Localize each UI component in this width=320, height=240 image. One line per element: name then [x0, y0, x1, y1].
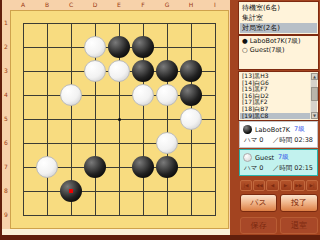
white-stone-F4 — [132, 84, 154, 106]
black-player-clock-panel: LaboBot7K 7級 ハマ 0 ／時間 02:38 — [239, 121, 318, 148]
column-label-C: C — [66, 0, 76, 10]
move-list-scrollbar[interactable]: ▲ ▼ — [310, 73, 317, 119]
white-time: ／時間 02:15 — [273, 163, 313, 174]
black-stone-E2 — [108, 36, 130, 58]
black-stone-icon — [243, 125, 252, 134]
move-item-0[interactable]: [13]黒H3 — [240, 73, 310, 80]
black-stone-G3 — [156, 60, 178, 82]
row-label-9: 9 — [2, 211, 10, 219]
white-stone-D3 — [84, 60, 106, 82]
move-navigation-row: |◀◀◀◀▶▶▶▶| — [240, 180, 318, 191]
black-stone-G7 — [156, 156, 178, 178]
move-item-3[interactable]: [16]白D2 — [240, 93, 310, 100]
player-item-1[interactable]: ○ Guest(7級) — [240, 46, 317, 55]
white-player-rank[interactable]: 7級 — [278, 153, 289, 162]
player-item-0[interactable]: ● LaboBot7K(7級) — [240, 37, 317, 46]
leave-room-button[interactable]: 退室 — [280, 217, 318, 234]
black-player-name: LaboBot7K — [255, 126, 290, 134]
column-label-E: E — [114, 0, 124, 10]
black-time: ／時間 02:38 — [273, 135, 313, 146]
white-stone-C4 — [60, 84, 82, 106]
move-item-5[interactable]: [18]白B7 — [240, 106, 310, 113]
grid-hline-6 — [23, 143, 216, 144]
white-stone-H5 — [180, 108, 202, 130]
scroll-down-icon[interactable]: ▼ — [311, 112, 318, 119]
row-label-4: 4 — [2, 91, 10, 99]
star-point-E5 — [118, 118, 121, 121]
window-bottom-edge — [0, 235, 320, 240]
black-stone-F2 — [132, 36, 154, 58]
grid-vline-G — [167, 23, 168, 216]
last-move-marker — [69, 189, 73, 193]
save-button[interactable]: 保存 — [240, 217, 277, 234]
black-stone-H3 — [180, 60, 202, 82]
white-captures: ハマ 0 — [244, 163, 264, 174]
white-stone-D2 — [84, 36, 106, 58]
white-player-clock-panel: Guest 7級 ハマ 0 ／時間 02:15 — [239, 149, 318, 176]
row-label-7: 7 — [2, 163, 10, 171]
nav-button-3[interactable]: ▶ — [280, 180, 292, 191]
nav-button-0[interactable]: |◀ — [240, 180, 252, 191]
black-stone-C8 — [60, 180, 82, 202]
column-label-F: F — [138, 0, 148, 10]
row-label-5: 5 — [2, 115, 10, 123]
white-stone-G4 — [156, 84, 178, 106]
white-player-name: Guest — [255, 154, 274, 162]
resign-button[interactable]: 投了 — [280, 194, 318, 212]
black-stone-F3 — [132, 60, 154, 82]
scroll-up-icon[interactable]: ▲ — [311, 73, 318, 80]
room-list: 待機室(6名)集計室対局室(2名) — [239, 2, 318, 34]
column-label-H: H — [186, 0, 196, 10]
move-item-2[interactable]: [15]黒F7 — [240, 86, 310, 93]
move-item-1[interactable]: [14]白G6 — [240, 80, 310, 87]
nav-button-1[interactable]: ◀◀ — [253, 180, 265, 191]
row-label-1: 1 — [2, 19, 10, 27]
move-list: ▲ ▼ [13]黒H3[14]白G6[15]黒F7[16]白D2[17]黒F2[… — [239, 72, 318, 120]
move-item-6[interactable]: [19]黒C8 — [240, 113, 310, 120]
grid-hline-8 — [23, 191, 216, 192]
go-board[interactable] — [10, 10, 229, 229]
pass-button[interactable]: パス — [240, 194, 277, 212]
white-stone-icon — [243, 153, 252, 162]
row-label-2: 2 — [2, 43, 10, 51]
column-label-B: B — [42, 0, 52, 10]
black-stone-D7 — [84, 156, 106, 178]
white-stone-E3 — [108, 60, 130, 82]
room-item-2[interactable]: 対局室(2名) — [240, 23, 317, 33]
white-stone-B7 — [36, 156, 58, 178]
nav-button-5[interactable]: ▶| — [306, 180, 318, 191]
black-captures: ハマ 0 — [244, 135, 264, 146]
scrollbar-thumb[interactable] — [311, 87, 318, 101]
column-label-G: G — [162, 0, 172, 10]
black-stone-F7 — [132, 156, 154, 178]
go-client-window: ABCDEFGHI123456789 待機室(6名)集計室対局室(2名) ● L… — [0, 0, 320, 240]
column-label-A: A — [18, 0, 28, 10]
row-label-8: 8 — [2, 187, 10, 195]
column-label-D: D — [90, 0, 100, 10]
white-stone-G6 — [156, 132, 178, 154]
grid-hline-9 — [23, 215, 216, 216]
black-stone-H4 — [180, 84, 202, 106]
nav-button-4[interactable]: ▶▶ — [293, 180, 305, 191]
window-left-edge — [0, 0, 2, 240]
room-item-0[interactable]: 待機室(6名) — [240, 3, 317, 13]
nav-button-2[interactable]: ◀ — [266, 180, 278, 191]
column-label-I: I — [210, 0, 220, 10]
move-item-4[interactable]: [17]黒F2 — [240, 99, 310, 106]
player-list: ● LaboBot7K(7級)○ Guest(7級) — [239, 36, 318, 69]
row-label-3: 3 — [2, 67, 10, 75]
grid-vline-I — [215, 23, 216, 216]
row-label-6: 6 — [2, 139, 10, 147]
room-item-1[interactable]: 集計室 — [240, 13, 317, 23]
black-player-rank[interactable]: 7級 — [294, 125, 305, 134]
